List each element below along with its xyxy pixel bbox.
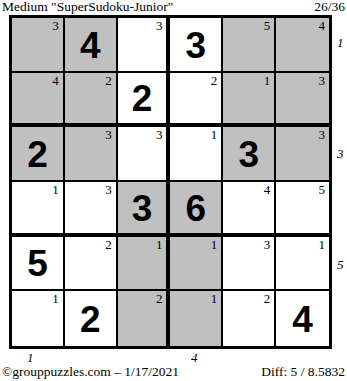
cell-r4c4[interactable]: 6 bbox=[170, 182, 223, 237]
cell-r5c5[interactable]: 3 bbox=[223, 237, 276, 292]
cell-r2c4[interactable]: 2 bbox=[170, 73, 223, 128]
cell-corner-mark: 3 bbox=[318, 73, 325, 88]
cell-r4c5[interactable]: 4 bbox=[223, 182, 276, 237]
row-label-5: 5 bbox=[337, 257, 347, 272]
cell-corner-mark: 3 bbox=[264, 237, 271, 252]
cell-r5c1[interactable]: 5 bbox=[12, 237, 65, 292]
cell-value: 4 bbox=[65, 18, 116, 71]
cell-r6c4[interactable]: 1 bbox=[170, 291, 223, 346]
cell-r1c1[interactable]: 3 bbox=[12, 18, 65, 73]
cell-r5c2[interactable]: 2 bbox=[65, 237, 118, 292]
cell-r3c2[interactable]: 3 bbox=[65, 127, 118, 182]
cell-corner-mark: 1 bbox=[156, 237, 163, 252]
cell-r3c1[interactable]: 2 bbox=[12, 127, 65, 182]
col-label-4: 4 bbox=[191, 350, 198, 365]
cell-corner-mark: 1 bbox=[318, 237, 325, 252]
cell-r3c3[interactable]: 3 bbox=[118, 127, 171, 182]
cell-value: 3 bbox=[118, 182, 167, 233]
cell-value: 6 bbox=[170, 182, 221, 233]
sudoku-board: 343354422213233133133645521131122124 bbox=[9, 15, 332, 349]
cell-corner-mark: 1 bbox=[264, 73, 271, 88]
cell-r3c4[interactable]: 1 bbox=[170, 127, 223, 182]
cell-corner-mark: 3 bbox=[156, 127, 163, 142]
cell-r1c4[interactable]: 3 bbox=[170, 18, 223, 73]
col-label-1: 1 bbox=[27, 350, 34, 365]
cell-r5c6[interactable]: 1 bbox=[276, 237, 329, 292]
row-label-1: 1 bbox=[337, 35, 347, 50]
cell-corner-mark: 1 bbox=[211, 291, 218, 306]
cell-corner-mark: 5 bbox=[264, 18, 271, 33]
cell-corner-mark: 3 bbox=[105, 182, 112, 197]
cell-r1c6[interactable]: 4 bbox=[276, 18, 329, 73]
copyright-date: ©grouppuzzles.com – 1/17/2021 bbox=[2, 364, 179, 379]
cell-r6c2[interactable]: 2 bbox=[65, 291, 118, 346]
cell-r1c5[interactable]: 5 bbox=[223, 18, 276, 73]
cell-value: 3 bbox=[170, 18, 221, 71]
cell-r3c6[interactable]: 3 bbox=[276, 127, 329, 182]
cell-corner-mark: 2 bbox=[105, 237, 112, 252]
cell-r4c2[interactable]: 3 bbox=[65, 182, 118, 237]
cell-value: 2 bbox=[65, 291, 116, 346]
cell-corner-mark: 2 bbox=[211, 73, 218, 88]
cell-corner-mark: 4 bbox=[318, 18, 325, 33]
cell-r4c6[interactable]: 5 bbox=[276, 182, 329, 237]
cell-value: 4 bbox=[276, 291, 329, 346]
cell-r5c4[interactable]: 1 bbox=[170, 237, 223, 292]
cell-corner-mark: 2 bbox=[264, 291, 271, 306]
cell-corner-mark: 3 bbox=[156, 18, 163, 33]
cell-r2c3[interactable]: 2 bbox=[118, 73, 171, 128]
cell-r4c3[interactable]: 3 bbox=[118, 182, 171, 237]
cell-corner-mark: 5 bbox=[318, 182, 325, 197]
cell-r6c1[interactable]: 1 bbox=[12, 291, 65, 346]
cell-corner-mark: 1 bbox=[52, 182, 59, 197]
cell-value: 5 bbox=[12, 237, 63, 290]
cell-r6c5[interactable]: 2 bbox=[223, 291, 276, 346]
cell-corner-mark: 2 bbox=[156, 291, 163, 306]
cells-remaining-counter: 26/36 bbox=[314, 0, 345, 14]
page-title: Medium "SuperSudoku-Junior" bbox=[2, 0, 173, 14]
cell-corner-mark: 4 bbox=[264, 182, 271, 197]
cell-r1c3[interactable]: 3 bbox=[118, 18, 171, 73]
cell-value: 3 bbox=[223, 127, 274, 180]
cell-corner-mark: 2 bbox=[105, 73, 112, 88]
cell-r2c6[interactable]: 3 bbox=[276, 73, 329, 128]
cell-r2c2[interactable]: 2 bbox=[65, 73, 118, 128]
cell-r2c5[interactable]: 1 bbox=[223, 73, 276, 128]
cell-r5c3[interactable]: 1 bbox=[118, 237, 171, 292]
cell-corner-mark: 1 bbox=[211, 237, 218, 252]
cell-r1c2[interactable]: 4 bbox=[65, 18, 118, 73]
cell-corner-mark: 3 bbox=[318, 127, 325, 142]
cell-r3c5[interactable]: 3 bbox=[223, 127, 276, 182]
cell-value: 2 bbox=[118, 73, 167, 124]
cell-r4c1[interactable]: 1 bbox=[12, 182, 65, 237]
cell-corner-mark: 1 bbox=[52, 291, 59, 306]
difficulty-rating: Diff: 5 / 8.5832 bbox=[261, 364, 345, 379]
cell-r2c1[interactable]: 4 bbox=[12, 73, 65, 128]
cell-r6c3[interactable]: 2 bbox=[118, 291, 171, 346]
cell-corner-mark: 1 bbox=[211, 127, 218, 142]
puzzle-page: Medium "SuperSudoku-Junior" 26/36 343354… bbox=[0, 0, 347, 381]
row-label-3: 3 bbox=[337, 146, 347, 161]
cell-corner-mark: 3 bbox=[52, 18, 59, 33]
cell-corner-mark: 4 bbox=[52, 73, 59, 88]
cell-corner-mark: 3 bbox=[105, 127, 112, 142]
cell-r6c6[interactable]: 4 bbox=[276, 291, 329, 346]
cell-value: 2 bbox=[12, 127, 63, 180]
